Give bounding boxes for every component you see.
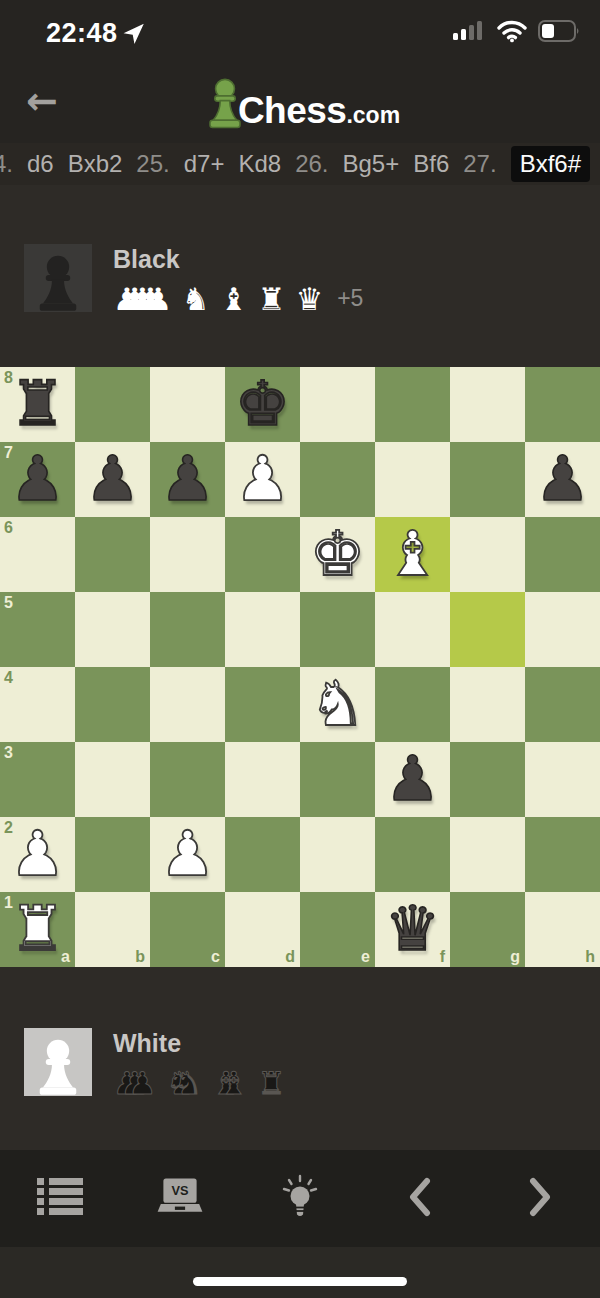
file-label-d: d [285,949,295,965]
captured-n-x1: ♞ [182,282,210,316]
square-e8[interactable] [300,367,375,442]
black-player-name: Black [113,245,363,274]
move-d7+[interactable]: d7+ [184,150,225,178]
move-Bf6[interactable]: Bf6 [413,150,449,178]
square-e2[interactable] [300,817,375,892]
square-h2[interactable] [525,817,600,892]
moves-list-icon [37,1177,83,1221]
square-a4[interactable]: 4 [0,667,75,742]
move-Bxb2[interactable]: Bxb2 [68,150,123,178]
file-label-g: g [510,949,520,965]
previous-move-button[interactable] [360,1177,480,1221]
square-h8[interactable] [525,367,600,442]
square-e1[interactable]: e [300,892,375,967]
move-Bg5+[interactable]: Bg5+ [343,150,400,178]
square-g8[interactable] [450,367,525,442]
square-d4[interactable] [225,667,300,742]
square-c1[interactable]: c [150,892,225,967]
move-number: 25. [136,150,169,178]
location-arrow-icon [117,16,151,50]
square-b3[interactable] [75,742,150,817]
square-g5[interactable] [450,592,525,667]
white-pawn-d7[interactable]: ♟ [225,442,300,517]
black-pawn-c7[interactable]: ♟ [150,442,225,517]
captured-piece-icon: ♜ [258,282,286,316]
captured-piece-icon: ♟ [129,1066,157,1100]
square-d3[interactable] [225,742,300,817]
black-avatar[interactable] [24,244,92,312]
white-captured-pieces: ♟♟♟♞♞♝♝♜ [113,1064,295,1100]
square-d1[interactable]: d [225,892,300,967]
square-f6[interactable]: ♝ [375,517,450,592]
captured-piece-icon: ♞ [174,1066,202,1100]
battery-icon [538,20,580,46]
white-pawn-c2[interactable]: ♟ [150,817,225,892]
square-f2[interactable] [375,817,450,892]
status-bar: 22:48 [0,0,600,60]
black-captured-pieces: ♟♟♟♟♟♞♝♜♛+5 [113,280,363,316]
square-b4[interactable] [75,667,150,742]
black-pawn-b7[interactable]: ♟ [75,442,150,517]
moves-list-button[interactable] [0,1177,120,1221]
back-button[interactable]: ← [26,82,58,120]
square-f4[interactable] [375,667,450,742]
captured-b-x1: ♝ [220,282,248,316]
square-c4[interactable] [150,667,225,742]
file-label-e: e [361,949,370,965]
black-pawn-h7[interactable]: ♟ [525,442,600,517]
black-pawn-f3[interactable]: ♟ [375,742,450,817]
captured-q-x1: ♛ [295,282,323,316]
black-king-d8[interactable]: ♚ [225,367,300,442]
bottom-toolbar: VS [0,1150,600,1247]
square-a7[interactable]: 7♟ [0,442,75,517]
chess-board: 8♜♚7♟♟♟♟♟6♚♝54♞3♟2♟♟1a♜bcdef♛gh [0,367,600,967]
file-label-c: c [211,949,220,965]
square-h6[interactable] [525,517,600,592]
square-d6[interactable] [225,517,300,592]
captured-r-x1: ♜ [258,282,286,316]
player-panel-white: White ♟♟♟♞♞♝♝♜ [0,1028,600,1100]
chevron-left-icon [407,1177,433,1221]
rank-label-8: 8 [4,370,13,386]
square-b2[interactable] [75,817,150,892]
chesscom-logo: Chess .com [200,71,400,132]
square-d5[interactable] [225,592,300,667]
square-a2[interactable]: 2♟ [0,817,75,892]
white-knight-e4[interactable]: ♞ [300,667,375,742]
file-label-f: f [440,949,445,965]
rank-label-5: 5 [4,595,13,611]
cellular-signal-icon [452,19,486,47]
square-g2[interactable] [450,817,525,892]
captured-piece-icon: ♞ [182,282,210,316]
move-number: 26. [295,150,328,178]
vs-computer-button[interactable]: VS [120,1177,240,1221]
captured-piece-icon: ♛ [295,282,323,316]
move-list: 24.d6Bxb225.d7+Kd826.Bg5+Bf627.Bxf6# [0,143,600,185]
square-b6[interactable] [75,517,150,592]
square-f5[interactable] [375,592,450,667]
white-king-e6[interactable]: ♚ [300,517,375,592]
vs-computer-icon: VS [157,1177,203,1221]
square-b1[interactable]: b [75,892,150,967]
square-h1[interactable]: h [525,892,600,967]
captured-b-x2: ♝♝ [212,1066,248,1100]
bottom-safe-area [0,1247,600,1298]
hint-bulb-icon [280,1174,320,1224]
file-label-h: h [585,949,595,965]
app-header: ← Chess .com [0,60,600,143]
square-g7[interactable] [450,442,525,517]
rank-label-1: 1 [4,895,13,911]
square-e7[interactable] [300,442,375,517]
square-f1[interactable]: f♛ [375,892,450,967]
captured-piece-icon: ♝ [220,1066,248,1100]
square-c2[interactable]: ♟ [150,817,225,892]
file-label-a: a [61,949,70,965]
square-e5[interactable] [300,592,375,667]
captured-p-x5: ♟♟♟♟♟ [113,282,172,316]
square-e3[interactable] [300,742,375,817]
square-g6[interactable] [450,517,525,592]
logo-text-com: .com [346,102,400,129]
white-avatar[interactable] [24,1028,92,1096]
square-g1[interactable]: g [450,892,525,967]
square-f7[interactable] [375,442,450,517]
material-advantage: +5 [337,285,363,312]
move-Bxf6#[interactable]: Bxf6# [511,146,590,182]
captured-piece-icon: ♜ [258,1066,286,1100]
captured-r-x1: ♜ [258,1066,286,1100]
square-h5[interactable] [525,592,600,667]
square-c6[interactable] [150,517,225,592]
square-f8[interactable] [375,367,450,442]
square-h7[interactable]: ♟ [525,442,600,517]
square-h3[interactable] [525,742,600,817]
hint-button[interactable] [240,1174,360,1224]
square-c5[interactable] [150,592,225,667]
square-a1[interactable]: 1a♜ [0,892,75,967]
square-b8[interactable] [75,367,150,442]
captured-piece-icon: ♝ [220,282,248,316]
move-d6[interactable]: d6 [27,150,54,178]
pawn-logo-icon [200,71,238,127]
captured-piece-icon: ♟ [144,282,172,316]
square-c7[interactable]: ♟ [150,442,225,517]
wifi-icon [496,19,528,47]
square-a6[interactable]: 6 [0,517,75,592]
square-b5[interactable] [75,592,150,667]
square-g4[interactable] [450,667,525,742]
captured-p-x3: ♟♟♟ [113,1066,156,1100]
next-move-button[interactable] [480,1177,600,1221]
home-indicator[interactable] [193,1277,407,1286]
move-Kd8[interactable]: Kd8 [238,150,281,178]
square-d2[interactable] [225,817,300,892]
square-f3[interactable]: ♟ [375,742,450,817]
square-a3[interactable]: 3 [0,742,75,817]
square-g3[interactable] [450,742,525,817]
rank-label-4: 4 [4,670,13,686]
square-a5[interactable]: 5 [0,592,75,667]
square-c3[interactable] [150,742,225,817]
chevron-right-icon [527,1177,553,1221]
square-e4[interactable]: ♞ [300,667,375,742]
square-b7[interactable]: ♟ [75,442,150,517]
captured-n-x2: ♞♞ [166,1066,202,1100]
rank-label-6: 6 [4,520,13,536]
svg-text:VS: VS [171,1183,189,1198]
logo-text-chess: Chess [238,90,347,132]
square-h4[interactable] [525,667,600,742]
square-d8[interactable]: ♚ [225,367,300,442]
square-a8[interactable]: 8♜ [0,367,75,442]
file-label-b: b [135,949,145,965]
rank-label-7: 7 [4,445,13,461]
clock-time: 22:48 [46,18,118,49]
rank-label-3: 3 [4,745,13,761]
square-d7[interactable]: ♟ [225,442,300,517]
player-panel-black: Black ♟♟♟♟♟♞♝♜♛+5 [0,244,600,316]
square-c8[interactable] [150,367,225,442]
move-number: 27. [463,150,496,178]
move-number: 24. [0,150,13,178]
white-bishop-f6[interactable]: ♝ [375,517,450,592]
square-e6[interactable]: ♚ [300,517,375,592]
rank-label-2: 2 [4,820,13,836]
white-player-name: White [113,1029,295,1058]
